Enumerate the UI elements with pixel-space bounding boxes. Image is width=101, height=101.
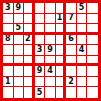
sudoku-cell-r9c9[interactable] bbox=[87, 87, 98, 98]
sudoku-cell-r1c3[interactable] bbox=[24, 3, 35, 14]
sudoku-cell-r5c5: 9 bbox=[45, 45, 56, 56]
sudoku-cell-r5c1[interactable] bbox=[3, 45, 14, 56]
sudoku-cell-r8c2[interactable] bbox=[14, 77, 25, 88]
sudoku-cell-r4c2[interactable] bbox=[14, 35, 25, 46]
sudoku-cell-r5c7[interactable] bbox=[66, 45, 77, 56]
sudoku-cell-r6c7[interactable] bbox=[66, 56, 77, 67]
sudoku-cell-r4c4[interactable] bbox=[35, 35, 46, 46]
sudoku-cell-r3c9[interactable] bbox=[87, 24, 98, 35]
sudoku-board: 39517582639494125 bbox=[0, 0, 101, 101]
sudoku-cell-r3c3[interactable] bbox=[24, 24, 35, 35]
sudoku-cell-r8c6[interactable] bbox=[56, 77, 67, 88]
sudoku-cell-r6c6[interactable] bbox=[56, 56, 67, 67]
sudoku-cell-r3c2: 5 bbox=[14, 24, 25, 35]
sudoku-cell-r8c9[interactable] bbox=[87, 77, 98, 88]
sudoku-cell-r7c4: 9 bbox=[35, 66, 46, 77]
sudoku-cell-r5c8: 4 bbox=[77, 45, 88, 56]
sudoku-cell-r2c5[interactable] bbox=[45, 14, 56, 25]
sudoku-cell-r2c3[interactable] bbox=[24, 14, 35, 25]
sudoku-cell-r6c2[interactable] bbox=[14, 56, 25, 67]
sudoku-cell-r2c6: 1 bbox=[56, 14, 67, 25]
sudoku-cell-r1c4[interactable] bbox=[35, 3, 46, 14]
sudoku-cell-r6c1[interactable] bbox=[3, 56, 14, 67]
sudoku-cell-r7c2[interactable] bbox=[14, 66, 25, 77]
sudoku-cell-r7c3[interactable] bbox=[24, 66, 35, 77]
sudoku-cell-r7c7[interactable] bbox=[66, 66, 77, 77]
sudoku-cell-r5c2[interactable] bbox=[14, 45, 25, 56]
sudoku-cell-r5c4: 3 bbox=[35, 45, 46, 56]
sudoku-cell-r1c6[interactable] bbox=[56, 3, 67, 14]
sudoku-cell-r4c3: 2 bbox=[24, 35, 35, 46]
sudoku-cell-r4c6[interactable] bbox=[56, 35, 67, 46]
sudoku-cell-r4c9[interactable] bbox=[87, 35, 98, 46]
sudoku-cell-r3c5[interactable] bbox=[45, 24, 56, 35]
sudoku-cell-r2c9[interactable] bbox=[87, 14, 98, 25]
sudoku-cell-r1c8: 5 bbox=[77, 3, 88, 14]
sudoku-cell-r3c8[interactable] bbox=[77, 24, 88, 35]
sudoku-cell-r3c1[interactable] bbox=[3, 24, 14, 35]
sudoku-cell-r8c7: 2 bbox=[66, 77, 77, 88]
sudoku-cell-r6c4[interactable] bbox=[35, 56, 46, 67]
sudoku-cell-r1c7[interactable] bbox=[66, 3, 77, 14]
sudoku-cell-r4c7: 6 bbox=[66, 35, 77, 46]
sudoku-cell-r2c1[interactable] bbox=[3, 14, 14, 25]
sudoku-cell-r2c8[interactable] bbox=[77, 14, 88, 25]
sudoku-cell-r9c8[interactable] bbox=[77, 87, 88, 98]
sudoku-cell-r7c5: 4 bbox=[45, 66, 56, 77]
sudoku-cell-r1c1: 3 bbox=[3, 3, 14, 14]
sudoku-cell-r1c2: 9 bbox=[14, 3, 25, 14]
sudoku-cell-r8c4[interactable] bbox=[35, 77, 46, 88]
sudoku-cell-r9c3[interactable] bbox=[24, 87, 35, 98]
sudoku-cell-r2c2[interactable] bbox=[14, 14, 25, 25]
sudoku-cell-r1c9[interactable] bbox=[87, 3, 98, 14]
sudoku-cell-r6c9[interactable] bbox=[87, 56, 98, 67]
sudoku-cell-r6c5[interactable] bbox=[45, 56, 56, 67]
sudoku-cell-r3c6[interactable] bbox=[56, 24, 67, 35]
sudoku-cell-r2c4[interactable] bbox=[35, 14, 46, 25]
sudoku-cell-r4c5[interactable] bbox=[45, 35, 56, 46]
sudoku-cell-r4c1: 8 bbox=[3, 35, 14, 46]
sudoku-cell-r9c1[interactable] bbox=[3, 87, 14, 98]
sudoku-cell-r7c8[interactable] bbox=[77, 66, 88, 77]
sudoku-cell-r8c1: 1 bbox=[3, 77, 14, 88]
sudoku-cell-r9c2[interactable] bbox=[14, 87, 25, 98]
sudoku-cell-r5c6[interactable] bbox=[56, 45, 67, 56]
sudoku-cell-r1c5[interactable] bbox=[45, 3, 56, 14]
sudoku-cell-r4c8[interactable] bbox=[77, 35, 88, 46]
sudoku-cell-r9c5[interactable] bbox=[45, 87, 56, 98]
sudoku-cell-r8c3[interactable] bbox=[24, 77, 35, 88]
sudoku-cell-r6c8[interactable] bbox=[77, 56, 88, 67]
sudoku-cell-r8c5[interactable] bbox=[45, 77, 56, 88]
sudoku-cell-r3c7[interactable] bbox=[66, 24, 77, 35]
sudoku-cell-r8c8[interactable] bbox=[77, 77, 88, 88]
sudoku-cell-r5c3[interactable] bbox=[24, 45, 35, 56]
sudoku-cell-r3c4[interactable] bbox=[35, 24, 46, 35]
sudoku-cell-r2c7: 7 bbox=[66, 14, 77, 25]
sudoku-cell-r7c6[interactable] bbox=[56, 66, 67, 77]
sudoku-cell-r9c4: 5 bbox=[35, 87, 46, 98]
sudoku-cell-r9c6[interactable] bbox=[56, 87, 67, 98]
sudoku-cell-r6c3[interactable] bbox=[24, 56, 35, 67]
sudoku-cell-r9c7[interactable] bbox=[66, 87, 77, 98]
sudoku-cell-r7c1[interactable] bbox=[3, 66, 14, 77]
sudoku-cell-r7c9[interactable] bbox=[87, 66, 98, 77]
sudoku-cell-r5c9[interactable] bbox=[87, 45, 98, 56]
